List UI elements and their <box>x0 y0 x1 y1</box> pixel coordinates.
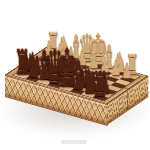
watermark <box>61 140 87 144</box>
fold-seam <box>128 91 129 110</box>
product-photo: ♜♞♝♛♚♝♞♜♟♟♟♟♟♟♟♟♟♟♟♟♟♟♟♟♜♞♝♛♚♝♞♜ <box>0 0 150 150</box>
